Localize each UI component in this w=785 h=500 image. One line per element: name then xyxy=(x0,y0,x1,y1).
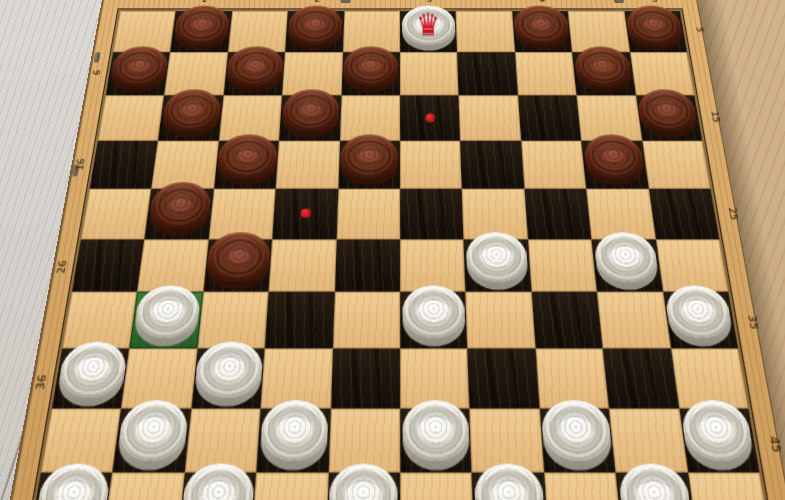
hinge-icon xyxy=(613,0,624,3)
square-24[interactable] xyxy=(524,188,591,239)
brown-man[interactable] xyxy=(226,47,284,87)
square-38[interactable] xyxy=(330,349,400,409)
white-man[interactable] xyxy=(34,464,112,500)
brown-man[interactable] xyxy=(573,47,632,87)
square-12[interactable] xyxy=(279,95,341,140)
brown-man[interactable] xyxy=(343,47,398,87)
white-man[interactable] xyxy=(680,401,755,460)
white-man[interactable] xyxy=(474,464,546,500)
square-36[interactable] xyxy=(52,349,130,409)
frame-label-top: 3 xyxy=(427,0,433,4)
square-47[interactable] xyxy=(178,473,257,500)
brown-man[interactable] xyxy=(287,6,342,44)
light-square xyxy=(400,140,462,188)
white-man[interactable] xyxy=(329,464,398,500)
brown-man[interactable] xyxy=(148,182,213,229)
light-square xyxy=(515,52,577,95)
white-man[interactable] xyxy=(541,401,612,460)
square-25[interactable] xyxy=(648,188,719,239)
square-14[interactable] xyxy=(518,95,582,140)
square-6[interactable] xyxy=(106,52,171,95)
light-square xyxy=(261,349,333,409)
square-8[interactable] xyxy=(341,52,400,95)
light-square xyxy=(528,239,597,292)
square-31[interactable] xyxy=(130,292,203,349)
frame-label-top: 2 xyxy=(314,0,320,4)
capture-target-dot[interactable] xyxy=(425,113,435,122)
brown-man[interactable] xyxy=(637,89,699,131)
king-crown-icon: ♛ xyxy=(416,8,440,39)
light-square xyxy=(671,349,749,409)
light-square xyxy=(41,409,122,473)
light-square xyxy=(400,473,474,500)
square-22[interactable] xyxy=(272,188,338,239)
square-45[interactable] xyxy=(679,409,760,473)
frame-label-top: 5 xyxy=(651,0,658,4)
white-man[interactable] xyxy=(133,285,202,338)
square-3[interactable]: ♛ xyxy=(400,11,457,52)
square-46[interactable] xyxy=(29,473,113,500)
square-26[interactable] xyxy=(72,239,145,292)
square-35[interactable] xyxy=(663,292,738,349)
brown-man[interactable] xyxy=(161,89,222,131)
white-man[interactable] xyxy=(194,341,263,397)
brown-man[interactable] xyxy=(583,134,646,179)
white-man[interactable] xyxy=(664,285,735,338)
square-18[interactable] xyxy=(338,140,400,188)
frame-label-left: 26 xyxy=(56,260,69,274)
white-man[interactable] xyxy=(593,232,660,282)
square-44[interactable] xyxy=(539,409,615,473)
frame-label-right: 5 xyxy=(693,27,703,32)
table-background: ♛ 12345616263646515253545 xyxy=(0,0,785,500)
square-1[interactable] xyxy=(170,11,232,52)
brown-man[interactable] xyxy=(173,6,231,44)
light-square xyxy=(103,473,184,500)
square-33[interactable] xyxy=(400,292,468,349)
light-square xyxy=(98,95,165,140)
light-square xyxy=(269,239,336,292)
square-2[interactable] xyxy=(285,11,344,52)
square-20[interactable] xyxy=(581,140,648,188)
square-39[interactable] xyxy=(468,349,540,409)
clasp-icon xyxy=(93,52,100,63)
frame-label-top: 4 xyxy=(539,0,545,4)
checkers-board: ♛ 12345616263646515253545 xyxy=(0,0,785,500)
light-square xyxy=(328,409,400,473)
frame-label-left: 16 xyxy=(74,158,86,170)
light-square xyxy=(400,349,470,409)
light-square xyxy=(470,409,544,473)
light-square xyxy=(642,140,711,188)
light-square xyxy=(252,473,329,500)
square-16[interactable] xyxy=(90,140,159,188)
light-square xyxy=(521,140,586,188)
square-50[interactable] xyxy=(616,473,697,500)
square-32[interactable] xyxy=(265,292,335,349)
brown-man[interactable] xyxy=(340,134,398,179)
frame-label-left: 36 xyxy=(34,374,48,389)
square-42[interactable] xyxy=(256,409,330,473)
square-4[interactable] xyxy=(512,11,572,52)
square-10[interactable] xyxy=(572,52,635,95)
square-21[interactable] xyxy=(145,188,214,239)
square-13[interactable] xyxy=(400,95,460,140)
square-23[interactable] xyxy=(400,188,464,239)
square-48[interactable] xyxy=(326,473,400,500)
square-9[interactable] xyxy=(457,52,517,95)
hinge-icon xyxy=(341,0,351,3)
brown-man[interactable] xyxy=(109,47,170,87)
frame-label-top: 1 xyxy=(201,0,208,4)
square-11[interactable] xyxy=(158,95,223,140)
light-square xyxy=(400,52,459,95)
brown-man[interactable] xyxy=(282,89,340,131)
brown-man[interactable] xyxy=(625,6,684,44)
square-5[interactable] xyxy=(624,11,687,52)
light-square xyxy=(535,349,609,409)
white-man[interactable] xyxy=(56,341,129,397)
light-square xyxy=(459,95,521,140)
white-man[interactable] xyxy=(617,464,693,500)
light-square xyxy=(688,473,772,500)
square-27[interactable] xyxy=(203,239,272,292)
light-square xyxy=(121,349,197,409)
square-43[interactable] xyxy=(400,409,472,473)
light-square xyxy=(609,409,687,473)
square-29[interactable] xyxy=(464,239,532,292)
white-man[interactable] xyxy=(402,285,465,338)
white-man[interactable] xyxy=(181,464,255,500)
square-37[interactable] xyxy=(191,349,265,409)
frame-label-left: 6 xyxy=(92,70,102,75)
light-square xyxy=(544,473,623,500)
light-square xyxy=(81,188,152,239)
square-28[interactable] xyxy=(334,239,400,292)
brown-man[interactable] xyxy=(217,134,278,179)
frame-label-right: 15 xyxy=(708,111,720,123)
square-19[interactable] xyxy=(460,140,524,188)
capture-target-dot[interactable] xyxy=(300,208,311,218)
white-man[interactable] xyxy=(259,401,328,460)
brown-man[interactable] xyxy=(513,6,569,44)
light-square xyxy=(185,409,261,473)
white-king[interactable]: ♛ xyxy=(402,6,456,44)
white-man[interactable] xyxy=(466,232,529,282)
square-7[interactable] xyxy=(223,52,285,95)
light-square xyxy=(456,11,515,52)
square-17[interactable] xyxy=(214,140,279,188)
light-square xyxy=(276,140,340,188)
light-square xyxy=(336,188,400,239)
square-15[interactable] xyxy=(636,95,703,140)
square-41[interactable] xyxy=(113,409,191,473)
light-square xyxy=(597,292,670,349)
light-square xyxy=(466,292,536,349)
white-man[interactable] xyxy=(116,401,189,460)
square-30[interactable] xyxy=(592,239,663,292)
square-40[interactable] xyxy=(603,349,679,409)
white-man[interactable] xyxy=(402,401,469,460)
board-grid: ♛ xyxy=(26,9,775,500)
light-square xyxy=(332,292,400,349)
square-49[interactable] xyxy=(472,473,549,500)
brown-man[interactable] xyxy=(206,232,271,282)
frame-label-right: 25 xyxy=(726,208,739,221)
square-34[interactable] xyxy=(531,292,603,349)
